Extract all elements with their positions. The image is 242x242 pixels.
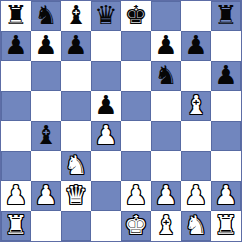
- square-d5[interactable]: ♟: [91, 91, 121, 121]
- square-g4[interactable]: [181, 121, 211, 151]
- square-f8[interactable]: [151, 1, 181, 31]
- piece-black-pawn: ♟: [154, 32, 177, 58]
- square-c5[interactable]: [61, 91, 91, 121]
- piece-black-rook: ♜: [214, 2, 237, 28]
- square-g1[interactable]: ♞: [181, 211, 211, 241]
- piece-white-pawn: ♟: [154, 182, 177, 208]
- square-d1[interactable]: [91, 211, 121, 241]
- square-a6[interactable]: [1, 61, 31, 91]
- piece-white-king: ♚: [124, 212, 147, 238]
- square-f4[interactable]: [151, 121, 181, 151]
- square-a2[interactable]: ♟: [1, 181, 31, 211]
- square-b4[interactable]: ♝: [31, 121, 61, 151]
- piece-white-pawn: ♟: [34, 182, 57, 208]
- square-a1[interactable]: ♜: [1, 211, 31, 241]
- square-b2[interactable]: ♟: [31, 181, 61, 211]
- square-g3[interactable]: [181, 151, 211, 181]
- square-a7[interactable]: ♟: [1, 31, 31, 61]
- piece-black-king: ♚: [124, 2, 147, 28]
- square-b3[interactable]: [31, 151, 61, 181]
- piece-white-knight: ♞: [64, 152, 87, 178]
- piece-black-bishop: ♝: [64, 2, 87, 28]
- square-f7[interactable]: ♟: [151, 31, 181, 61]
- square-h3[interactable]: [211, 151, 241, 181]
- square-e6[interactable]: [121, 61, 151, 91]
- square-c7[interactable]: ♟: [61, 31, 91, 61]
- square-b6[interactable]: [31, 61, 61, 91]
- square-f3[interactable]: [151, 151, 181, 181]
- piece-white-rook: ♜: [214, 212, 237, 238]
- square-g7[interactable]: ♟: [181, 31, 211, 61]
- piece-black-pawn: ♟: [34, 32, 57, 58]
- square-d8[interactable]: ♛: [91, 1, 121, 31]
- square-h2[interactable]: ♟: [211, 181, 241, 211]
- piece-black-knight: ♞: [34, 2, 57, 28]
- square-g2[interactable]: ♟: [181, 181, 211, 211]
- square-h8[interactable]: ♜: [211, 1, 241, 31]
- piece-black-pawn: ♟: [4, 32, 27, 58]
- square-e5[interactable]: [121, 91, 151, 121]
- square-d3[interactable]: [91, 151, 121, 181]
- square-g5[interactable]: ♝: [181, 91, 211, 121]
- square-h4[interactable]: [211, 121, 241, 151]
- piece-white-pawn: ♟: [214, 182, 237, 208]
- square-g6[interactable]: [181, 61, 211, 91]
- piece-black-pawn: ♟: [64, 32, 87, 58]
- piece-black-knight: ♞: [154, 62, 177, 88]
- square-b1[interactable]: [31, 211, 61, 241]
- square-f1[interactable]: ♝: [151, 211, 181, 241]
- square-d7[interactable]: [91, 31, 121, 61]
- square-e2[interactable]: ♟: [121, 181, 151, 211]
- square-d6[interactable]: [91, 61, 121, 91]
- square-a8[interactable]: ♜: [1, 1, 31, 31]
- square-f6[interactable]: ♞: [151, 61, 181, 91]
- square-b8[interactable]: ♞: [31, 1, 61, 31]
- piece-white-pawn: ♟: [184, 182, 207, 208]
- piece-white-bishop: ♝: [154, 212, 177, 238]
- square-g8[interactable]: [181, 1, 211, 31]
- piece-black-bishop: ♝: [34, 122, 57, 148]
- square-c4[interactable]: [61, 121, 91, 151]
- piece-black-pawn: ♟: [184, 32, 207, 58]
- square-f5[interactable]: [151, 91, 181, 121]
- square-c1[interactable]: [61, 211, 91, 241]
- square-c3[interactable]: ♞: [61, 151, 91, 181]
- square-e4[interactable]: [121, 121, 151, 151]
- chess-board: ♜♞♝♛♚♜♟♟♟♟♟♞♟♟♝♝♟♞♟♟♛♟♟♟♟♜♚♝♞♜: [0, 0, 242, 242]
- square-f2[interactable]: ♟: [151, 181, 181, 211]
- piece-white-pawn: ♟: [4, 182, 27, 208]
- piece-black-pawn: ♟: [94, 92, 117, 118]
- square-c6[interactable]: [61, 61, 91, 91]
- square-d2[interactable]: [91, 181, 121, 211]
- piece-black-pawn: ♟: [214, 62, 237, 88]
- piece-white-pawn: ♟: [124, 182, 147, 208]
- square-a3[interactable]: [1, 151, 31, 181]
- piece-white-bishop: ♝: [184, 92, 207, 118]
- square-e7[interactable]: [121, 31, 151, 61]
- square-a5[interactable]: [1, 91, 31, 121]
- square-h6[interactable]: ♟: [211, 61, 241, 91]
- square-b7[interactable]: ♟: [31, 31, 61, 61]
- square-e8[interactable]: ♚: [121, 1, 151, 31]
- square-a4[interactable]: [1, 121, 31, 151]
- piece-white-knight: ♞: [184, 212, 207, 238]
- square-h1[interactable]: ♜: [211, 211, 241, 241]
- square-c2[interactable]: ♛: [61, 181, 91, 211]
- square-d4[interactable]: ♟: [91, 121, 121, 151]
- square-e1[interactable]: ♚: [121, 211, 151, 241]
- square-b5[interactable]: [31, 91, 61, 121]
- square-e3[interactable]: [121, 151, 151, 181]
- square-c8[interactable]: ♝: [61, 1, 91, 31]
- square-h5[interactable]: [211, 91, 241, 121]
- piece-white-queen: ♛: [64, 182, 87, 208]
- piece-black-queen: ♛: [94, 2, 117, 28]
- square-h7[interactable]: [211, 31, 241, 61]
- piece-white-rook: ♜: [4, 212, 27, 238]
- piece-black-rook: ♜: [4, 2, 27, 28]
- piece-white-pawn: ♟: [94, 122, 117, 148]
